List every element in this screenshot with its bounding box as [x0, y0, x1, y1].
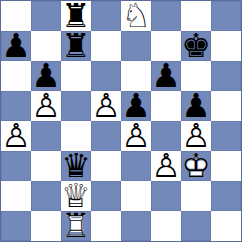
square-d5[interactable]: ♟♙ [91, 91, 121, 121]
square-f6[interactable]: ♟ [151, 61, 181, 91]
square-c1[interactable]: ♜♖ [61, 211, 91, 241]
square-g1[interactable] [181, 211, 211, 241]
square-b3[interactable] [31, 151, 61, 181]
square-h6[interactable] [211, 61, 241, 91]
white-pawn-outline: ♙ [151, 151, 181, 181]
white-rook[interactable]: ♜♖ [61, 211, 91, 241]
square-c6[interactable] [61, 61, 91, 91]
white-knight-outline: ♘ [121, 1, 151, 31]
white-knight[interactable]: ♞♘ [121, 1, 151, 31]
square-h8[interactable] [211, 1, 241, 31]
white-pawn-outline: ♙ [31, 91, 61, 121]
black-rook[interactable]: ♜ [61, 31, 91, 61]
square-e2[interactable] [121, 181, 151, 211]
square-f1[interactable] [151, 211, 181, 241]
square-a3[interactable] [1, 151, 31, 181]
white-pawn-outline: ♙ [91, 91, 121, 121]
white-pawn[interactable]: ♟♙ [121, 121, 151, 151]
square-d4[interactable] [91, 121, 121, 151]
white-pawn[interactable]: ♟♙ [91, 91, 121, 121]
black-king[interactable]: ♚ [181, 31, 211, 61]
square-a4[interactable]: ♟♙ [1, 121, 31, 151]
white-pawn[interactable]: ♟♙ [31, 91, 61, 121]
white-king[interactable]: ♚♔ [181, 151, 211, 181]
square-h1[interactable] [211, 211, 241, 241]
square-d8[interactable] [91, 1, 121, 31]
square-h2[interactable] [211, 181, 241, 211]
square-f8[interactable] [151, 1, 181, 31]
square-d2[interactable] [91, 181, 121, 211]
square-h4[interactable] [211, 121, 241, 151]
black-pawn[interactable]: ♟ [151, 61, 181, 91]
square-h3[interactable] [211, 151, 241, 181]
square-g2[interactable] [181, 181, 211, 211]
square-b5[interactable]: ♟♙ [31, 91, 61, 121]
square-c7[interactable]: ♜ [61, 31, 91, 61]
square-a2[interactable] [1, 181, 31, 211]
square-g3[interactable]: ♚♔ [181, 151, 211, 181]
white-pawn-outline: ♙ [1, 121, 31, 151]
square-a1[interactable] [1, 211, 31, 241]
black-pawn[interactable]: ♟ [1, 31, 31, 61]
square-e3[interactable] [121, 151, 151, 181]
square-e1[interactable] [121, 211, 151, 241]
white-rook-outline: ♖ [61, 211, 91, 241]
square-b4[interactable] [31, 121, 61, 151]
square-g7[interactable]: ♚ [181, 31, 211, 61]
square-b8[interactable] [31, 1, 61, 31]
chess-board: ♜♞♘♟♜♚♟♟♟♙♟♙♟♟♟♙♟♙♟♙♛♟♙♚♔♛♕♜♖ [0, 0, 242, 242]
square-b2[interactable] [31, 181, 61, 211]
white-pawn[interactable]: ♟♙ [1, 121, 31, 151]
square-f5[interactable] [151, 91, 181, 121]
square-a6[interactable] [1, 61, 31, 91]
square-f2[interactable] [151, 181, 181, 211]
square-a7[interactable]: ♟ [1, 31, 31, 61]
square-f3[interactable]: ♟♙ [151, 151, 181, 181]
square-e7[interactable] [121, 31, 151, 61]
white-pawn[interactable]: ♟♙ [151, 151, 181, 181]
square-h7[interactable] [211, 31, 241, 61]
white-pawn-outline: ♙ [121, 121, 151, 151]
chess-diagram: ♜♞♘♟♜♚♟♟♟♙♟♙♟♟♟♙♟♙♟♙♛♟♙♚♔♛♕♜♖ [0, 0, 242, 242]
white-king-outline: ♔ [181, 151, 211, 181]
square-c5[interactable] [61, 91, 91, 121]
square-e8[interactable]: ♞♘ [121, 1, 151, 31]
square-e4[interactable]: ♟♙ [121, 121, 151, 151]
square-d1[interactable] [91, 211, 121, 241]
square-d3[interactable] [91, 151, 121, 181]
square-b1[interactable] [31, 211, 61, 241]
square-d7[interactable] [91, 31, 121, 61]
square-h5[interactable] [211, 91, 241, 121]
